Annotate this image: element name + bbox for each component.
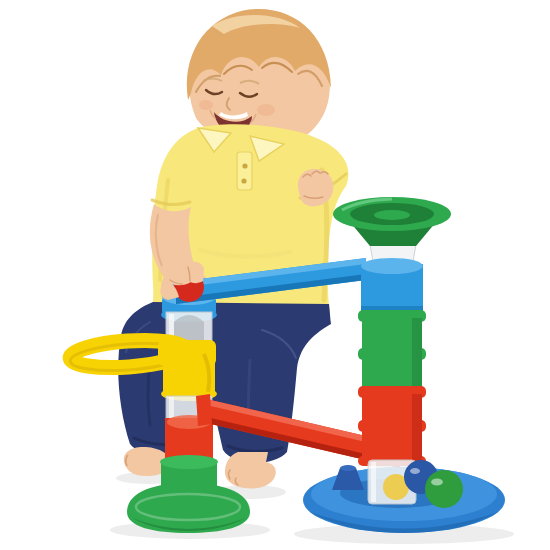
product-photo	[0, 0, 550, 550]
ramp-end-cap	[196, 394, 212, 426]
finger	[185, 262, 204, 283]
green-segment-lip	[160, 455, 218, 469]
blue-cone-top	[340, 465, 356, 471]
scene	[0, 0, 550, 550]
ball-highlight	[431, 479, 443, 486]
red-shade	[412, 394, 422, 462]
cup-highlight	[371, 462, 376, 502]
funnel-hole	[374, 210, 410, 220]
green-shade	[412, 318, 422, 390]
shirt-button	[242, 163, 247, 168]
blue-segment-lip	[361, 258, 423, 274]
button-placket	[237, 152, 252, 190]
cheek-blush	[257, 104, 275, 116]
green-ball	[425, 470, 463, 508]
ball-highlight	[410, 468, 420, 474]
cheek-blush	[199, 100, 213, 110]
green-dome-base	[127, 483, 250, 533]
shirt-button	[241, 178, 246, 183]
